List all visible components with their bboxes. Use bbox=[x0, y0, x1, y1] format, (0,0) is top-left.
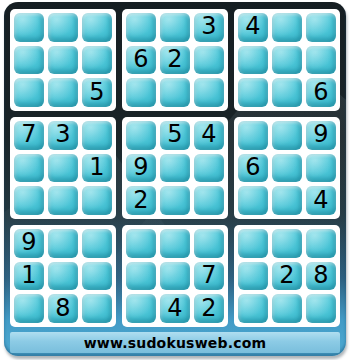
cell-digit: 4 bbox=[167, 296, 182, 320]
sudoku-cell[interactable]: 7 bbox=[14, 121, 44, 150]
sudoku-cell[interactable]: 3 bbox=[48, 121, 78, 150]
sudoku-cell[interactable] bbox=[126, 78, 156, 107]
sudoku-cell[interactable] bbox=[126, 229, 156, 258]
cell-digit: 2 bbox=[133, 188, 148, 212]
sudoku-board: 536246731549296491874228 bbox=[10, 9, 340, 327]
sudoku-cell[interactable] bbox=[272, 121, 302, 150]
sudoku-cell[interactable] bbox=[48, 154, 78, 183]
sudoku-cell[interactable]: 5 bbox=[160, 121, 190, 150]
sudoku-cell[interactable] bbox=[272, 229, 302, 258]
sudoku-cell[interactable] bbox=[194, 78, 224, 107]
sudoku-cell[interactable] bbox=[238, 186, 268, 215]
cell-digit: 7 bbox=[201, 263, 216, 287]
site-link[interactable]: www.sudokusweb.com bbox=[84, 335, 267, 351]
cell-digit: 5 bbox=[89, 80, 104, 104]
cell-digit: 6 bbox=[245, 155, 260, 179]
sudoku-cell[interactable]: 4 bbox=[194, 121, 224, 150]
sudoku-cell[interactable] bbox=[14, 13, 44, 42]
sudoku-cell[interactable]: 9 bbox=[14, 229, 44, 258]
cell-digit: 2 bbox=[167, 47, 182, 71]
cell-digit: 2 bbox=[201, 296, 216, 320]
sudoku-cell[interactable] bbox=[14, 78, 44, 107]
sudoku-cell[interactable] bbox=[272, 186, 302, 215]
sudoku-cell[interactable]: 4 bbox=[160, 294, 190, 323]
sudoku-block: 5 bbox=[10, 9, 116, 111]
cell-digit: 2 bbox=[279, 263, 294, 287]
cell-digit: 3 bbox=[201, 14, 216, 38]
cell-digit: 1 bbox=[89, 155, 104, 179]
sudoku-cell[interactable] bbox=[160, 229, 190, 258]
sudoku-cell[interactable] bbox=[238, 121, 268, 150]
sudoku-cell[interactable] bbox=[238, 262, 268, 291]
sudoku-block: 28 bbox=[234, 225, 340, 327]
sudoku-cell[interactable]: 6 bbox=[126, 46, 156, 75]
sudoku-cell[interactable] bbox=[272, 78, 302, 107]
site-footer: www.sudokusweb.com bbox=[10, 332, 340, 353]
sudoku-cell[interactable]: 4 bbox=[306, 186, 336, 215]
sudoku-cell[interactable] bbox=[306, 154, 336, 183]
cell-digit: 9 bbox=[133, 155, 148, 179]
sudoku-cell[interactable]: 8 bbox=[48, 294, 78, 323]
sudoku-cell[interactable] bbox=[14, 154, 44, 183]
sudoku-cell[interactable] bbox=[82, 46, 112, 75]
sudoku-cell[interactable]: 7 bbox=[194, 262, 224, 291]
sudoku-cell[interactable] bbox=[126, 121, 156, 150]
sudoku-cell[interactable] bbox=[160, 262, 190, 291]
sudoku-cell[interactable] bbox=[126, 13, 156, 42]
sudoku-block: 5492 bbox=[122, 117, 228, 219]
sudoku-cell[interactable] bbox=[194, 154, 224, 183]
cell-digit: 4 bbox=[201, 122, 216, 146]
sudoku-cell[interactable]: 6 bbox=[238, 154, 268, 183]
cell-digit: 6 bbox=[133, 47, 148, 71]
sudoku-cell[interactable] bbox=[82, 294, 112, 323]
sudoku-cell[interactable] bbox=[194, 46, 224, 75]
sudoku-cell[interactable]: 2 bbox=[194, 294, 224, 323]
sudoku-cell[interactable] bbox=[306, 229, 336, 258]
sudoku-cell[interactable] bbox=[48, 186, 78, 215]
sudoku-cell[interactable] bbox=[14, 186, 44, 215]
sudoku-cell[interactable] bbox=[14, 46, 44, 75]
cell-digit: 4 bbox=[313, 188, 328, 212]
sudoku-cell[interactable]: 6 bbox=[306, 78, 336, 107]
sudoku-cell[interactable] bbox=[160, 78, 190, 107]
sudoku-cell[interactable]: 9 bbox=[126, 154, 156, 183]
sudoku-cell[interactable] bbox=[82, 13, 112, 42]
sudoku-cell[interactable] bbox=[82, 262, 112, 291]
sudoku-cell[interactable] bbox=[126, 294, 156, 323]
cell-digit: 1 bbox=[21, 263, 36, 287]
sudoku-cell[interactable] bbox=[272, 13, 302, 42]
sudoku-cell[interactable] bbox=[306, 294, 336, 323]
sudoku-cell[interactable]: 1 bbox=[14, 262, 44, 291]
sudoku-cell[interactable]: 3 bbox=[194, 13, 224, 42]
sudoku-cell[interactable] bbox=[82, 229, 112, 258]
cell-digit: 8 bbox=[55, 296, 70, 320]
sudoku-cell[interactable] bbox=[160, 154, 190, 183]
sudoku-cell[interactable] bbox=[306, 46, 336, 75]
sudoku-cell[interactable] bbox=[48, 78, 78, 107]
sudoku-cell[interactable] bbox=[82, 186, 112, 215]
sudoku-cell[interactable] bbox=[194, 229, 224, 258]
cell-digit: 8 bbox=[313, 263, 328, 287]
cell-digit: 9 bbox=[313, 122, 328, 146]
cell-digit: 6 bbox=[313, 80, 328, 104]
sudoku-cell[interactable] bbox=[272, 46, 302, 75]
sudoku-cell[interactable]: 2 bbox=[126, 186, 156, 215]
sudoku-block: 964 bbox=[234, 117, 340, 219]
sudoku-block: 742 bbox=[122, 225, 228, 327]
sudoku-cell[interactable] bbox=[238, 46, 268, 75]
sudoku-cell[interactable] bbox=[238, 229, 268, 258]
cell-digit: 5 bbox=[167, 122, 182, 146]
sudoku-cell[interactable] bbox=[48, 13, 78, 42]
sudoku-cell[interactable] bbox=[160, 186, 190, 215]
sudoku-block: 46 bbox=[234, 9, 340, 111]
sudoku-cell[interactable]: 8 bbox=[306, 262, 336, 291]
sudoku-cell[interactable]: 2 bbox=[272, 262, 302, 291]
cell-digit: 4 bbox=[245, 14, 260, 38]
cell-digit: 9 bbox=[21, 230, 36, 254]
sudoku-cell[interactable] bbox=[14, 294, 44, 323]
sudoku-cell[interactable] bbox=[160, 13, 190, 42]
sudoku-cell[interactable]: 2 bbox=[160, 46, 190, 75]
sudoku-cell[interactable]: 5 bbox=[82, 78, 112, 107]
sudoku-block: 918 bbox=[10, 225, 116, 327]
sudoku-cell[interactable] bbox=[48, 229, 78, 258]
sudoku-cell[interactable]: 4 bbox=[238, 13, 268, 42]
sudoku-cell[interactable] bbox=[238, 78, 268, 107]
sudoku-cell[interactable] bbox=[272, 294, 302, 323]
cell-digit: 7 bbox=[21, 122, 36, 146]
sudoku-cell[interactable] bbox=[126, 262, 156, 291]
sudoku-cell[interactable] bbox=[48, 262, 78, 291]
sudoku-cell[interactable] bbox=[306, 13, 336, 42]
sudoku-cell[interactable] bbox=[48, 46, 78, 75]
sudoku-cell[interactable]: 9 bbox=[306, 121, 336, 150]
sudoku-cell[interactable] bbox=[238, 294, 268, 323]
cell-digit: 3 bbox=[55, 122, 70, 146]
sudoku-widget: 536246731549296491874228 www.sudokusweb.… bbox=[4, 2, 346, 356]
sudoku-cell[interactable] bbox=[272, 154, 302, 183]
sudoku-cell[interactable] bbox=[194, 186, 224, 215]
sudoku-block: 362 bbox=[122, 9, 228, 111]
sudoku-cell[interactable]: 1 bbox=[82, 154, 112, 183]
sudoku-block: 731 bbox=[10, 117, 116, 219]
sudoku-cell[interactable] bbox=[82, 121, 112, 150]
